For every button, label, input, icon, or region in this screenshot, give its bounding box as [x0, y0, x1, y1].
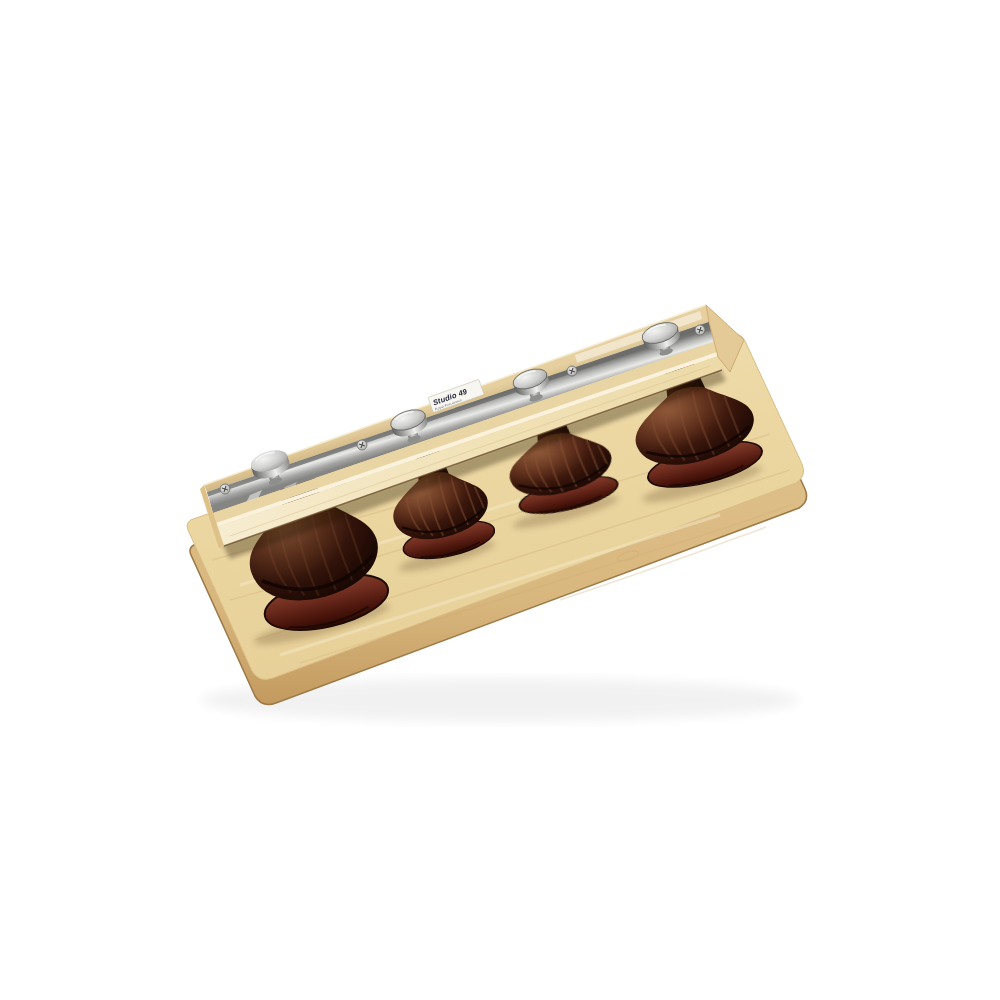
- screw-3: [567, 366, 577, 376]
- product-photo-stage: Studio 49 Royal Percussion: [0, 0, 1000, 1000]
- screw-4: [695, 325, 705, 335]
- screw-1: [220, 484, 230, 494]
- screw-2: [357, 440, 367, 450]
- castanet-machine-photo: Studio 49 Royal Percussion: [0, 0, 1000, 1000]
